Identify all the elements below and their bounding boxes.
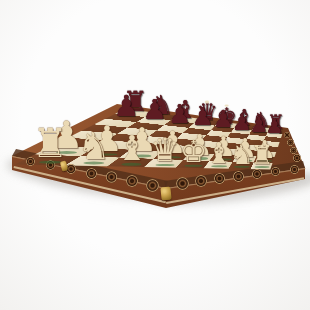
carved-circle-motif: [176, 177, 189, 190]
carved-circle-motif: [233, 171, 244, 182]
board-square-h1: [251, 162, 273, 169]
carved-circle-motif: [252, 169, 262, 179]
carved-circle-motif: [293, 154, 301, 162]
carved-circle-motif: [146, 179, 159, 192]
carved-circle-motif: [287, 139, 294, 146]
brass-clasp: [160, 187, 171, 201]
light-finial-tip: [205, 101, 210, 103]
light-finial-tip: [224, 104, 228, 106]
carved-circle-motif: [46, 160, 56, 170]
carved-circle-motif: [106, 171, 118, 183]
carved-circle-motif: [86, 168, 97, 179]
carved-circle-motif: [290, 165, 299, 174]
product-photo: ♜♞♝♛♚♝♞♜♟♟♟♟♟♟♟♟♟♟♟♟♟♟♟♟♜♞♝♛♚♝♞♜: [0, 0, 310, 310]
carved-circle-motif: [26, 157, 35, 166]
carved-circle-motif: [195, 175, 207, 187]
carved-circle-motif: [126, 175, 138, 187]
